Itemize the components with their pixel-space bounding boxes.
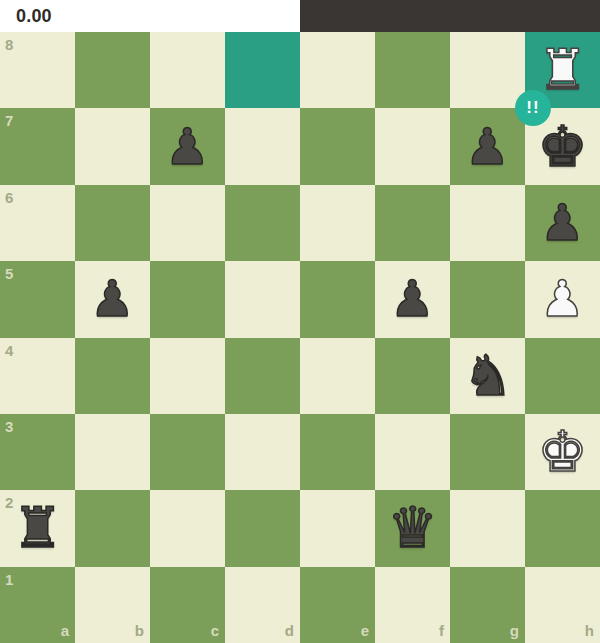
piece-black-knight[interactable]: ♞ bbox=[450, 338, 525, 414]
square-e3[interactable] bbox=[300, 414, 375, 490]
square-c8[interactable] bbox=[150, 32, 225, 108]
square-b4[interactable] bbox=[75, 338, 150, 414]
square-g5[interactable] bbox=[450, 261, 525, 337]
chess-app-screen: 0.00 8♜7♟♟♚6♟5♟♟♟4♞3♚2♜♛1abcdefgh !! bbox=[0, 0, 600, 643]
file-label-g: g bbox=[510, 623, 519, 638]
piece-black-rook[interactable]: ♜ bbox=[0, 490, 75, 566]
file-label-b: b bbox=[135, 623, 144, 638]
file-label-h: h bbox=[585, 623, 594, 638]
square-h6[interactable]: ♟ bbox=[525, 185, 600, 261]
square-c2[interactable] bbox=[150, 490, 225, 566]
square-a1[interactable]: 1a bbox=[0, 567, 75, 643]
piece-black-queen[interactable]: ♛ bbox=[375, 490, 450, 566]
square-b8[interactable] bbox=[75, 32, 150, 108]
square-e1[interactable]: e bbox=[300, 567, 375, 643]
square-c1[interactable]: c bbox=[150, 567, 225, 643]
square-a4[interactable]: 4 bbox=[0, 338, 75, 414]
square-e8[interactable] bbox=[300, 32, 375, 108]
piece-black-pawn[interactable]: ♟ bbox=[450, 108, 525, 184]
square-d2[interactable] bbox=[225, 490, 300, 566]
square-c7[interactable]: ♟ bbox=[150, 108, 225, 184]
square-h3[interactable]: ♚ bbox=[525, 414, 600, 490]
piece-white-pawn[interactable]: ♟ bbox=[525, 261, 600, 337]
square-a6[interactable]: 6 bbox=[0, 185, 75, 261]
square-c4[interactable] bbox=[150, 338, 225, 414]
square-f4[interactable] bbox=[375, 338, 450, 414]
rank-label-7: 7 bbox=[5, 113, 13, 128]
square-b7[interactable] bbox=[75, 108, 150, 184]
square-e2[interactable] bbox=[300, 490, 375, 566]
square-b6[interactable] bbox=[75, 185, 150, 261]
eval-score: 0.00 bbox=[0, 6, 52, 27]
square-f3[interactable] bbox=[375, 414, 450, 490]
chess-board: 8♜7♟♟♚6♟5♟♟♟4♞3♚2♜♛1abcdefgh !! bbox=[0, 32, 600, 643]
square-c5[interactable] bbox=[150, 261, 225, 337]
square-a8[interactable]: 8 bbox=[0, 32, 75, 108]
rank-label-1: 1 bbox=[5, 572, 13, 587]
rank-label-3: 3 bbox=[5, 419, 13, 434]
piece-black-pawn[interactable]: ♟ bbox=[150, 108, 225, 184]
square-d4[interactable] bbox=[225, 338, 300, 414]
eval-bar: 0.00 bbox=[0, 0, 600, 32]
square-b5[interactable]: ♟ bbox=[75, 261, 150, 337]
piece-black-pawn[interactable]: ♟ bbox=[525, 185, 600, 261]
square-d7[interactable] bbox=[225, 108, 300, 184]
square-d1[interactable]: d bbox=[225, 567, 300, 643]
square-h4[interactable] bbox=[525, 338, 600, 414]
eval-bar-white-section: 0.00 bbox=[0, 0, 300, 32]
square-g4[interactable]: ♞ bbox=[450, 338, 525, 414]
square-b3[interactable] bbox=[75, 414, 150, 490]
file-label-e: e bbox=[361, 623, 369, 638]
eval-bar-black-section bbox=[300, 0, 600, 32]
file-label-d: d bbox=[285, 623, 294, 638]
brilliant-move-badge: !! bbox=[515, 90, 551, 126]
square-f7[interactable] bbox=[375, 108, 450, 184]
rank-label-4: 4 bbox=[5, 343, 13, 358]
rank-label-6: 6 bbox=[5, 190, 13, 205]
square-e4[interactable] bbox=[300, 338, 375, 414]
square-g3[interactable] bbox=[450, 414, 525, 490]
square-h5[interactable]: ♟ bbox=[525, 261, 600, 337]
square-d3[interactable] bbox=[225, 414, 300, 490]
piece-black-pawn[interactable]: ♟ bbox=[75, 261, 150, 337]
square-a3[interactable]: 3 bbox=[0, 414, 75, 490]
square-f5[interactable]: ♟ bbox=[375, 261, 450, 337]
square-c6[interactable] bbox=[150, 185, 225, 261]
square-g7[interactable]: ♟ bbox=[450, 108, 525, 184]
square-c3[interactable] bbox=[150, 414, 225, 490]
file-label-a: a bbox=[61, 623, 69, 638]
square-b1[interactable]: b bbox=[75, 567, 150, 643]
brilliant-badge-label: !! bbox=[526, 99, 539, 116]
square-f6[interactable] bbox=[375, 185, 450, 261]
piece-white-king[interactable]: ♚ bbox=[525, 414, 600, 490]
square-f1[interactable]: f bbox=[375, 567, 450, 643]
square-h1[interactable]: h bbox=[525, 567, 600, 643]
square-e7[interactable] bbox=[300, 108, 375, 184]
square-f2[interactable]: ♛ bbox=[375, 490, 450, 566]
file-label-f: f bbox=[439, 623, 444, 638]
square-g1[interactable]: g bbox=[450, 567, 525, 643]
square-d8[interactable] bbox=[225, 32, 300, 108]
square-e6[interactable] bbox=[300, 185, 375, 261]
rank-label-5: 5 bbox=[5, 266, 13, 281]
square-d5[interactable] bbox=[225, 261, 300, 337]
rank-label-8: 8 bbox=[5, 37, 13, 52]
square-a5[interactable]: 5 bbox=[0, 261, 75, 337]
square-f8[interactable] bbox=[375, 32, 450, 108]
square-d6[interactable] bbox=[225, 185, 300, 261]
square-g6[interactable] bbox=[450, 185, 525, 261]
square-g8[interactable] bbox=[450, 32, 525, 108]
square-a7[interactable]: 7 bbox=[0, 108, 75, 184]
piece-black-pawn[interactable]: ♟ bbox=[375, 261, 450, 337]
square-h2[interactable] bbox=[525, 490, 600, 566]
square-g2[interactable] bbox=[450, 490, 525, 566]
square-e5[interactable] bbox=[300, 261, 375, 337]
file-label-c: c bbox=[211, 623, 219, 638]
square-a2[interactable]: 2♜ bbox=[0, 490, 75, 566]
square-b2[interactable] bbox=[75, 490, 150, 566]
